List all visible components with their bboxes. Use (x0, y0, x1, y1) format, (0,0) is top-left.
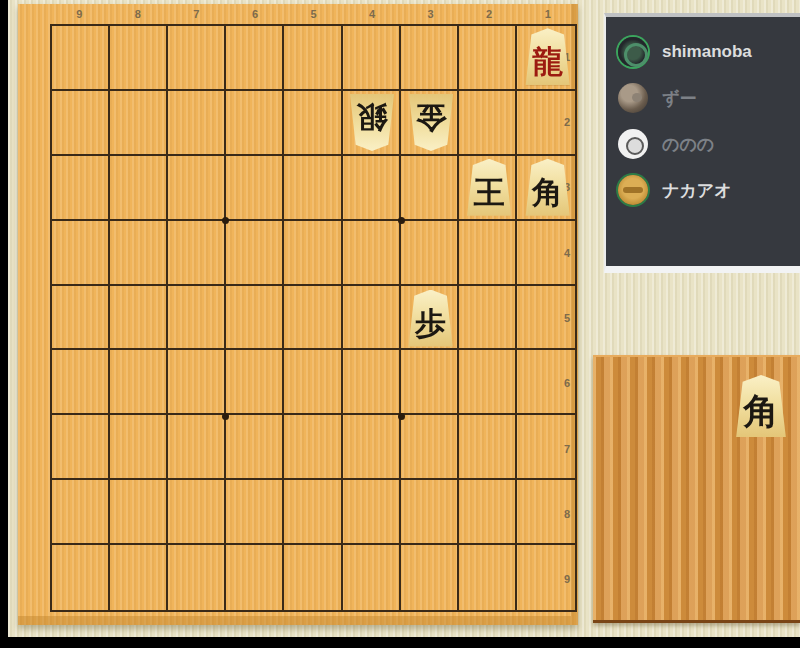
member-row-1[interactable]: shimanoba (606, 29, 800, 75)
board-square-5-8[interactable] (284, 480, 342, 545)
board-square-5-4[interactable] (284, 221, 342, 286)
board-square-9-6[interactable] (52, 350, 110, 415)
board-square-4-1[interactable] (343, 26, 401, 91)
board-square-6-5[interactable] (226, 286, 284, 351)
board-square-9-5[interactable] (52, 286, 110, 351)
board-square-7-6[interactable] (168, 350, 226, 415)
member-name: ののの (662, 133, 714, 156)
board-square-1-7[interactable] (517, 415, 575, 480)
piece-kanji: 角 (532, 168, 563, 216)
board-square-7-1[interactable] (168, 26, 226, 91)
member-row-4[interactable]: ナカアオ (606, 167, 800, 213)
board-square-5-6[interactable] (284, 350, 342, 415)
board-square-3-7[interactable] (401, 415, 459, 480)
board-square-8-9[interactable] (110, 545, 168, 610)
board-square-2-9[interactable] (459, 545, 517, 610)
sente-piece-stand: 角 (593, 355, 800, 623)
member-name: shimanoba (662, 42, 752, 62)
piece-kanji: 王 (474, 168, 505, 216)
board-square-6-2[interactable] (226, 91, 284, 156)
piece-kanji: 角 (744, 384, 779, 437)
board-square-7-9[interactable] (168, 545, 226, 610)
left-black-edge (0, 0, 8, 648)
file-label: 4 (369, 8, 375, 20)
board-square-2-5[interactable] (459, 286, 517, 351)
board-square-8-8[interactable] (110, 480, 168, 545)
board-square-4-6[interactable] (343, 350, 401, 415)
board-square-8-4[interactable] (110, 221, 168, 286)
board-grid (50, 24, 577, 612)
star-point (222, 217, 229, 224)
board-square-8-5[interactable] (110, 286, 168, 351)
file-label: 6 (252, 8, 258, 20)
board-square-9-9[interactable] (52, 545, 110, 610)
board-square-5-7[interactable] (284, 415, 342, 480)
file-label: 7 (193, 8, 199, 20)
board-square-7-8[interactable] (168, 480, 226, 545)
member-name: ナカアオ (662, 179, 732, 202)
file-label: 3 (428, 8, 434, 20)
board-square-2-2[interactable] (459, 91, 517, 156)
board-square-3-3[interactable] (401, 156, 459, 221)
file-label: 8 (135, 8, 141, 20)
board-square-5-9[interactable] (284, 545, 342, 610)
member-row-2[interactable]: ずー (606, 75, 800, 121)
board-square-1-8[interactable] (517, 480, 575, 545)
board-square-9-3[interactable] (52, 156, 110, 221)
board-square-4-5[interactable] (343, 286, 401, 351)
star-point (398, 217, 405, 224)
board-square-8-3[interactable] (110, 156, 168, 221)
board-square-7-7[interactable] (168, 415, 226, 480)
file-label: 2 (486, 8, 492, 20)
file-label: 5 (310, 8, 316, 20)
voice-member-panel: shimanobaずーのののナカアオ (604, 13, 800, 273)
board-square-3-9[interactable] (401, 545, 459, 610)
board-square-8-1[interactable] (110, 26, 168, 91)
board-square-3-4[interactable] (401, 221, 459, 286)
board-square-5-2[interactable] (284, 91, 342, 156)
board-square-5-5[interactable] (284, 286, 342, 351)
board-square-3-1[interactable] (401, 26, 459, 91)
star-point (222, 413, 229, 420)
board-square-6-8[interactable] (226, 480, 284, 545)
board-square-3-8[interactable] (401, 480, 459, 545)
hand-piece-角[interactable]: 角 (734, 375, 788, 437)
dark-green-emblem-avatar (618, 37, 648, 67)
board-square-7-5[interactable] (168, 286, 226, 351)
board-square-9-4[interactable] (52, 221, 110, 286)
board-square-5-3[interactable] (284, 156, 342, 221)
board-square-6-7[interactable] (226, 415, 284, 480)
file-label: 1 (545, 8, 551, 20)
app-stage: 987654321 123456789 龍銀金王角歩 shimanobaずーのの… (0, 0, 800, 648)
board-square-7-4[interactable] (168, 221, 226, 286)
board-square-4-3[interactable] (343, 156, 401, 221)
gold-coin-avatar (618, 175, 648, 205)
bottom-black-edge (0, 637, 800, 648)
member-rows: shimanobaずーのののナカアオ (606, 17, 800, 213)
shogi-board: 987654321 123456789 龍銀金王角歩 (18, 4, 578, 625)
board-square-9-7[interactable] (52, 415, 110, 480)
board-square-1-6[interactable] (517, 350, 575, 415)
board-square-4-4[interactable] (343, 221, 401, 286)
board-square-4-7[interactable] (343, 415, 401, 480)
board-square-7-2[interactable] (168, 91, 226, 156)
board-square-1-4[interactable] (517, 221, 575, 286)
file-label: 9 (76, 8, 82, 20)
board-square-6-6[interactable] (226, 350, 284, 415)
piece-kanji: 金 (415, 94, 446, 142)
board-square-1-2[interactable] (517, 91, 575, 156)
member-name: ずー (662, 87, 696, 110)
board-square-2-4[interactable] (459, 221, 517, 286)
board-square-1-9[interactable] (517, 545, 575, 610)
board-square-1-5[interactable] (517, 286, 575, 351)
star-point (398, 413, 405, 420)
board-square-8-7[interactable] (110, 415, 168, 480)
board-square-9-1[interactable] (52, 26, 110, 91)
member-row-3[interactable]: ののの (606, 121, 800, 167)
board-square-8-6[interactable] (110, 350, 168, 415)
piece-kanji: 龍 (532, 37, 563, 85)
board-square-5-1[interactable] (284, 26, 342, 91)
board-square-2-8[interactable] (459, 480, 517, 545)
board-square-2-6[interactable] (459, 350, 517, 415)
board-square-6-9[interactable] (226, 545, 284, 610)
board-square-6-3[interactable] (226, 156, 284, 221)
board-square-9-2[interactable] (52, 91, 110, 156)
board-square-6-4[interactable] (226, 221, 284, 286)
board-square-2-7[interactable] (459, 415, 517, 480)
board-square-3-6[interactable] (401, 350, 459, 415)
board-square-2-1[interactable] (459, 26, 517, 91)
board-square-8-2[interactable] (110, 91, 168, 156)
white-badge-avatar (618, 129, 648, 159)
brown-animal-photo-avatar (618, 83, 648, 113)
board-square-9-8[interactable] (52, 480, 110, 545)
piece-kanji: 銀 (357, 94, 388, 142)
board-square-7-3[interactable] (168, 156, 226, 221)
board-square-6-1[interactable] (226, 26, 284, 91)
board-square-4-8[interactable] (343, 480, 401, 545)
board-square-4-9[interactable] (343, 545, 401, 610)
piece-kanji: 歩 (415, 299, 446, 347)
